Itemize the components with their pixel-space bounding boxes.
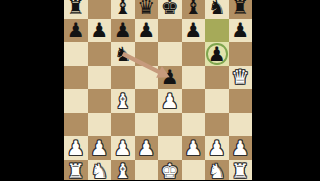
square-e7[interactable] (158, 19, 182, 43)
square-d5[interactable] (135, 66, 159, 90)
piece-black-bishop: ♝ (114, 0, 132, 17)
square-c3[interactable] (111, 113, 135, 137)
square-d1[interactable] (135, 160, 159, 181)
square-d8[interactable]: ♛ (135, 0, 159, 19)
square-e5[interactable]: ♟ (158, 66, 182, 90)
piece-white-pawn: ♟ (137, 138, 155, 158)
square-f6[interactable] (182, 42, 206, 66)
video-frame: { "game": "chess", "position": { "fen": … (0, 0, 320, 180)
square-c8[interactable]: ♝ (111, 0, 135, 19)
square-g7[interactable] (205, 19, 229, 43)
square-h3[interactable] (229, 113, 253, 137)
square-a7[interactable]: ♟ (64, 19, 88, 43)
square-g1[interactable]: ♞ (205, 160, 229, 181)
square-c4[interactable]: ♝ (111, 89, 135, 113)
piece-black-rook: ♜ (231, 0, 249, 17)
piece-black-pawn: ♟ (90, 20, 108, 40)
square-e3[interactable] (158, 113, 182, 137)
square-d6[interactable] (135, 42, 159, 66)
piece-white-rook: ♜ (67, 161, 85, 180)
piece-black-knight: ♞ (208, 0, 226, 17)
square-e1[interactable]: ♚ (158, 160, 182, 181)
square-h6[interactable] (229, 42, 253, 66)
square-e2[interactable] (158, 136, 182, 160)
piece-white-bishop: ♝ (114, 91, 132, 111)
square-f2[interactable]: ♟ (182, 136, 206, 160)
square-f8[interactable]: ♝ (182, 0, 206, 19)
square-h4[interactable] (229, 89, 253, 113)
square-a8[interactable]: ♜ (64, 0, 88, 19)
square-f1[interactable] (182, 160, 206, 181)
square-a1[interactable]: ♜ (64, 160, 88, 181)
square-d3[interactable] (135, 113, 159, 137)
square-a4[interactable] (64, 89, 88, 113)
piece-white-pawn: ♟ (114, 138, 132, 158)
square-b5[interactable] (88, 66, 112, 90)
piece-black-pawn: ♟ (161, 67, 179, 87)
piece-black-pawn: ♟ (137, 20, 155, 40)
square-f5[interactable] (182, 66, 206, 90)
square-b3[interactable] (88, 113, 112, 137)
square-h5[interactable]: ♛ (229, 66, 253, 90)
square-e6[interactable] (158, 42, 182, 66)
square-d7[interactable]: ♟ (135, 19, 159, 43)
square-f7[interactable]: ♟ (182, 19, 206, 43)
piece-white-pawn: ♟ (184, 138, 202, 158)
piece-white-pawn: ♟ (231, 138, 249, 158)
piece-white-pawn: ♟ (161, 91, 179, 111)
square-b7[interactable]: ♟ (88, 19, 112, 43)
piece-white-pawn: ♟ (90, 138, 108, 158)
square-c6[interactable]: ♞ (111, 42, 135, 66)
piece-black-pawn: ♟ (114, 20, 132, 40)
square-f3[interactable] (182, 113, 206, 137)
piece-white-king: ♚ (161, 161, 179, 180)
square-a3[interactable] (64, 113, 88, 137)
square-g3[interactable] (205, 113, 229, 137)
piece-black-pawn: ♟ (208, 44, 226, 64)
square-g2[interactable]: ♟ (205, 136, 229, 160)
piece-black-pawn: ♟ (184, 20, 202, 40)
piece-white-pawn: ♟ (208, 138, 226, 158)
square-g4[interactable] (205, 89, 229, 113)
square-d4[interactable] (135, 89, 159, 113)
square-h1[interactable]: ♜ (229, 160, 253, 181)
piece-white-pawn: ♟ (67, 138, 85, 158)
square-b6[interactable] (88, 42, 112, 66)
square-b4[interactable] (88, 89, 112, 113)
piece-black-queen: ♛ (137, 0, 155, 17)
piece-black-pawn: ♟ (67, 20, 85, 40)
piece-white-bishop: ♝ (114, 161, 132, 180)
square-e4[interactable]: ♟ (158, 89, 182, 113)
square-g5[interactable] (205, 66, 229, 90)
square-b8[interactable] (88, 0, 112, 19)
square-b1[interactable]: ♞ (88, 160, 112, 181)
square-h8[interactable]: ♜ (229, 0, 253, 19)
piece-black-pawn: ♟ (231, 20, 249, 40)
chess-board: ♜♝♛♚♝♞♜♟♟♟♟♟♟♞♟♟♛♝♟♟♟♟♟♟♟♟♜♞♝♚♞♜ (64, 0, 252, 180)
square-a5[interactable] (64, 66, 88, 90)
square-f4[interactable] (182, 89, 206, 113)
square-c1[interactable]: ♝ (111, 160, 135, 181)
square-g8[interactable]: ♞ (205, 0, 229, 19)
piece-black-king: ♚ (161, 0, 179, 17)
square-c2[interactable]: ♟ (111, 136, 135, 160)
piece-black-bishop: ♝ (184, 0, 202, 17)
piece-black-knight: ♞ (114, 44, 132, 64)
square-c7[interactable]: ♟ (111, 19, 135, 43)
piece-white-rook: ♜ (231, 161, 249, 180)
square-g6[interactable]: ♟ (205, 42, 229, 66)
piece-white-knight: ♞ (208, 161, 226, 180)
square-a6[interactable] (64, 42, 88, 66)
square-h2[interactable]: ♟ (229, 136, 253, 160)
piece-white-queen: ♛ (231, 67, 249, 87)
square-h7[interactable]: ♟ (229, 19, 253, 43)
square-e8[interactable]: ♚ (158, 0, 182, 19)
square-c5[interactable] (111, 66, 135, 90)
square-d2[interactable]: ♟ (135, 136, 159, 160)
square-b2[interactable]: ♟ (88, 136, 112, 160)
piece-white-knight: ♞ (90, 161, 108, 180)
square-a2[interactable]: ♟ (64, 136, 88, 160)
piece-black-rook: ♜ (67, 0, 85, 17)
